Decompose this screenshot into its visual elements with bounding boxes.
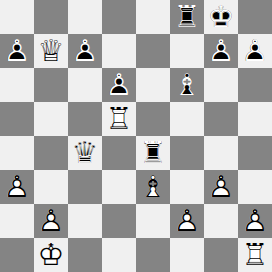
white-pawn-icon: ♟ [170,204,204,238]
white-queen-outline-icon: ♕ [34,34,68,68]
square-h3[interactable] [238,170,272,204]
square-d3[interactable] [102,170,136,204]
square-b4[interactable] [34,136,68,170]
square-b6[interactable] [34,68,68,102]
square-f5[interactable] [170,102,204,136]
white-rook-outline-icon: ♖ [238,238,272,272]
black-king-outline-icon: ♔ [204,0,238,34]
white-pawn-outline-icon: ♙ [0,170,34,204]
square-a1[interactable] [0,238,34,272]
white-bishop-icon: ♝ [136,170,170,204]
black-pawn-icon: ♟ [102,68,136,102]
square-h6[interactable] [238,68,272,102]
chess-board: ♜♖♚♔♟♙♛♕♟♙♟♙♟♙♟♙♝♗♜♖♛♕♜♖♟♙♝♗♟♙♟♙♟♙♟♙♚♔♜♖ [0,0,272,272]
square-g7[interactable]: ♟♙ [204,34,238,68]
square-e2[interactable] [136,204,170,238]
square-d5[interactable]: ♜♖ [102,102,136,136]
black-queen-outline-icon: ♕ [68,136,102,170]
square-a3[interactable]: ♟♙ [0,170,34,204]
square-d8[interactable] [102,0,136,34]
square-e6[interactable] [136,68,170,102]
square-c2[interactable] [68,204,102,238]
black-pawn-icon: ♟ [68,34,102,68]
black-rook-outline-icon: ♖ [136,136,170,170]
square-b5[interactable] [34,102,68,136]
square-a7[interactable]: ♟♙ [0,34,34,68]
black-rook-outline-icon: ♖ [170,0,204,34]
square-b8[interactable] [34,0,68,34]
square-c1[interactable] [68,238,102,272]
white-king-outline-icon: ♔ [34,238,68,272]
square-c7[interactable]: ♟♙ [68,34,102,68]
square-g8[interactable]: ♚♔ [204,0,238,34]
square-a4[interactable] [0,136,34,170]
square-a8[interactable] [0,0,34,34]
square-g4[interactable] [204,136,238,170]
white-rook-icon: ♜ [238,238,272,272]
square-e5[interactable] [136,102,170,136]
square-a5[interactable] [0,102,34,136]
square-c8[interactable] [68,0,102,34]
square-g2[interactable] [204,204,238,238]
square-h8[interactable] [238,0,272,34]
white-queen-icon: ♛ [34,34,68,68]
square-e8[interactable] [136,0,170,34]
square-f4[interactable] [170,136,204,170]
white-pawn-icon: ♟ [34,204,68,238]
black-pawn-icon: ♟ [238,34,272,68]
square-c6[interactable] [68,68,102,102]
square-e4[interactable]: ♜♖ [136,136,170,170]
square-f2[interactable]: ♟♙ [170,204,204,238]
white-rook-outline-icon: ♖ [102,102,136,136]
square-h1[interactable]: ♜♖ [238,238,272,272]
square-e7[interactable] [136,34,170,68]
black-pawn-outline-icon: ♙ [238,34,272,68]
square-h4[interactable] [238,136,272,170]
white-pawn-outline-icon: ♙ [204,170,238,204]
square-g3[interactable]: ♟♙ [204,170,238,204]
square-d2[interactable] [102,204,136,238]
black-rook-icon: ♜ [170,0,204,34]
black-rook-icon: ♜ [136,136,170,170]
square-h5[interactable] [238,102,272,136]
square-h7[interactable]: ♟♙ [238,34,272,68]
square-b1[interactable]: ♚♔ [34,238,68,272]
black-bishop-outline-icon: ♗ [170,68,204,102]
black-pawn-outline-icon: ♙ [204,34,238,68]
square-f3[interactable] [170,170,204,204]
white-pawn-outline-icon: ♙ [238,204,272,238]
square-b2[interactable]: ♟♙ [34,204,68,238]
square-f8[interactable]: ♜♖ [170,0,204,34]
white-pawn-icon: ♟ [238,204,272,238]
black-pawn-outline-icon: ♙ [102,68,136,102]
black-pawn-icon: ♟ [204,34,238,68]
square-d7[interactable] [102,34,136,68]
square-c3[interactable] [68,170,102,204]
square-e3[interactable]: ♝♗ [136,170,170,204]
square-d1[interactable] [102,238,136,272]
square-d6[interactable]: ♟♙ [102,68,136,102]
square-f1[interactable] [170,238,204,272]
square-a6[interactable] [0,68,34,102]
white-pawn-outline-icon: ♙ [170,204,204,238]
square-a2[interactable] [0,204,34,238]
black-pawn-icon: ♟ [0,34,34,68]
white-king-icon: ♚ [34,238,68,272]
white-bishop-outline-icon: ♗ [136,170,170,204]
white-pawn-outline-icon: ♙ [34,204,68,238]
black-pawn-outline-icon: ♙ [0,34,34,68]
square-f6[interactable]: ♝♗ [170,68,204,102]
square-b7[interactable]: ♛♕ [34,34,68,68]
square-e1[interactable] [136,238,170,272]
square-f7[interactable] [170,34,204,68]
square-g1[interactable] [204,238,238,272]
white-rook-icon: ♜ [102,102,136,136]
square-b3[interactable] [34,170,68,204]
square-c4[interactable]: ♛♕ [68,136,102,170]
white-pawn-icon: ♟ [0,170,34,204]
white-pawn-icon: ♟ [204,170,238,204]
black-bishop-icon: ♝ [170,68,204,102]
black-king-icon: ♚ [204,0,238,34]
square-c5[interactable] [68,102,102,136]
square-h2[interactable]: ♟♙ [238,204,272,238]
square-d4[interactable] [102,136,136,170]
black-pawn-outline-icon: ♙ [68,34,102,68]
black-queen-icon: ♛ [68,136,102,170]
square-g5[interactable] [204,102,238,136]
square-g6[interactable] [204,68,238,102]
